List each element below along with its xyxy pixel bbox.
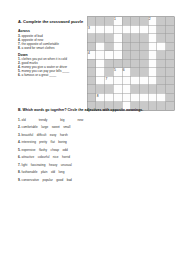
cell-number: 2 [149, 17, 151, 20]
grid-cell[interactable] [148, 77, 156, 85]
grid-cell[interactable] [114, 26, 122, 34]
grid-cell[interactable] [114, 34, 122, 42]
blocked-cell [140, 51, 148, 59]
clue-number: 6. [18, 73, 21, 77]
adjective-word[interactable]: horrid [62, 155, 70, 159]
adjective-word[interactable]: comfortable [22, 125, 38, 129]
across-label: Across [18, 29, 84, 33]
word-match-line: 7.lightfascinatingheavyunusual [18, 161, 168, 169]
adjective-word[interactable]: beautiful [22, 133, 34, 137]
blocked-cell [140, 68, 148, 76]
blocked-cell [166, 43, 174, 51]
clue-line: 8.a word for smart clothes [18, 46, 84, 50]
grid-cell[interactable] [157, 43, 165, 51]
item-number: 5. [18, 148, 21, 152]
cell-number: 8 [97, 94, 99, 97]
adjective-word[interactable]: small [63, 125, 70, 129]
grid-cell[interactable] [131, 94, 139, 102]
grid-cell[interactable] [157, 94, 165, 102]
blocked-cell [105, 17, 113, 25]
blocked-cell [131, 68, 139, 76]
grid-cell[interactable] [148, 94, 156, 102]
grid-cell[interactable] [148, 51, 156, 59]
item-number: 9. [18, 178, 21, 182]
item-number: 3. [18, 133, 21, 137]
blocked-cell [166, 34, 174, 42]
blocked-cell [105, 68, 113, 76]
adjective-word[interactable]: expensive [22, 148, 36, 152]
adjective-word[interactable]: light [22, 163, 28, 167]
word-match-line: 3.beautifuldifficulteasyharsh [18, 131, 168, 139]
blocked-cell [88, 85, 96, 93]
blocked-cell [131, 85, 139, 93]
grid-cell[interactable] [114, 94, 122, 102]
cell-number: 1 [114, 17, 116, 20]
blocked-cell [88, 60, 96, 68]
clue-number: 8. [18, 46, 21, 50]
blocked-cell [88, 34, 96, 42]
grid-cell[interactable] [114, 77, 122, 85]
blocked-cell [131, 17, 139, 25]
adjective-word[interactable]: old [22, 118, 26, 122]
clue-text: opposite of new [22, 38, 44, 42]
adjective-word[interactable]: old [51, 170, 55, 174]
clue-number: 7. [18, 42, 21, 46]
blocked-cell [157, 68, 165, 76]
word-match-line: 6.attractivecolourfulnicehorrid [18, 153, 168, 161]
blocked-cell [122, 60, 130, 68]
grid-cell[interactable] [148, 26, 156, 34]
adjective-word[interactable]: sweet [52, 125, 60, 129]
clue-line: 6.a famous or a great ____ [18, 73, 84, 77]
grid-cell[interactable]: 2 [148, 17, 156, 25]
adjective-word[interactable]: boring [58, 140, 67, 144]
adjective-word[interactable]: good [56, 178, 63, 182]
blocked-cell [96, 34, 104, 42]
worksheet-page: A. Complete the crossword puzzle Across … [0, 0, 180, 255]
grid-cell[interactable] [96, 26, 104, 34]
clue-text: a word for smart clothes [22, 46, 55, 50]
adjective-word[interactable]: odd [63, 148, 68, 152]
clue-text: opposite of bad [22, 34, 43, 38]
clue-number: 5. [18, 69, 21, 73]
blocked-cell [96, 85, 104, 93]
grid-cell[interactable] [148, 68, 156, 76]
clue-number: 1. [18, 57, 21, 61]
cell-number: 4 [88, 51, 90, 54]
adjective-word[interactable]: heavy [49, 163, 57, 167]
grid-cell[interactable] [148, 43, 156, 51]
blocked-cell [166, 85, 174, 93]
adjective-word[interactable]: bad [67, 178, 72, 182]
blocked-cell [122, 34, 130, 42]
blocked-cell [96, 17, 104, 25]
blocked-cell [166, 51, 174, 59]
item-number: 1. [18, 118, 21, 122]
adjective-word[interactable]: trendy [39, 118, 48, 122]
grid-cell[interactable] [96, 43, 104, 51]
down-clues: 1.clothes you put on when it is cold2.go… [18, 57, 84, 77]
grid-cell[interactable] [105, 26, 113, 34]
blocked-cell [157, 51, 165, 59]
item-number: 6. [18, 155, 21, 159]
blocked-cell [157, 77, 165, 85]
grid-cell[interactable] [105, 51, 113, 59]
grid-cell[interactable] [114, 51, 122, 59]
adjective-word[interactable]: conservative [22, 178, 39, 182]
blocked-cell [88, 43, 96, 51]
adjective-word[interactable]: easy [50, 133, 57, 137]
adjective-word[interactable]: colourful [38, 155, 50, 159]
clue-text: good marks [22, 61, 38, 65]
crossword-grid: 12345678 [87, 17, 174, 111]
across-clues: 3.opposite of bad4.opposite of new7.the … [18, 34, 84, 50]
grid-cell[interactable]: 8 [96, 94, 104, 102]
blocked-cell [140, 34, 148, 42]
adjective-word[interactable]: nice [53, 155, 59, 159]
clue-text: money you can pay your bills ____ [22, 69, 70, 73]
cell-number: 6 [123, 68, 125, 71]
adjective-word[interactable]: big [60, 118, 64, 122]
grid-cell[interactable] [122, 26, 130, 34]
grid-cell[interactable] [140, 26, 148, 34]
blocked-cell [166, 94, 174, 102]
blocked-cell [166, 26, 174, 34]
grid-cell[interactable] [131, 77, 139, 85]
blocked-cell [105, 43, 113, 51]
blocked-cell [131, 43, 139, 51]
item-number: 7. [18, 163, 21, 167]
grid-cell[interactable] [140, 77, 148, 85]
word-match-line: 4.interestingprettyflatboring [18, 138, 168, 146]
adjective-word[interactable]: pretty [39, 140, 47, 144]
adjective-word[interactable]: harsh [60, 133, 68, 137]
grid-cell[interactable]: 6 [122, 68, 130, 76]
cell-number: 5 [114, 68, 116, 71]
blocked-cell [140, 60, 148, 68]
section-b-title: B. Which words go together? Circle the a… [18, 108, 168, 112]
clue-text: a famous or a great ____ [22, 73, 57, 77]
adjective-word[interactable]: long [59, 170, 65, 174]
adjective-word[interactable]: attractive [22, 155, 35, 159]
blocked-cell [140, 17, 148, 25]
clue-number: 2. [18, 61, 21, 65]
blocked-cell [105, 34, 113, 42]
grid-cell[interactable]: 7 [105, 77, 113, 85]
clue-text: money you give a waiter or driver [22, 65, 68, 69]
blocked-cell [131, 60, 139, 68]
blocked-cell [105, 85, 113, 93]
cell-number: 3 [88, 26, 90, 29]
blocked-cell [88, 94, 96, 102]
blocked-cell [157, 17, 165, 25]
grid-cell[interactable] [96, 60, 104, 68]
blocked-cell [88, 77, 96, 85]
adjective-word[interactable]: popular [42, 178, 52, 182]
grid-cell[interactable]: 3 [88, 26, 96, 34]
section-b: B. Which words go together? Circle the a… [18, 108, 168, 183]
grid-cell[interactable] [122, 94, 130, 102]
adjective-word[interactable]: fashionable [22, 170, 38, 174]
blocked-cell [148, 85, 156, 93]
blocked-cell [131, 34, 139, 42]
adjective-word[interactable]: flat [51, 140, 55, 144]
clue-number: 4. [18, 38, 21, 42]
blocked-cell [166, 60, 174, 68]
adjective-word[interactable]: fascinating [31, 163, 46, 167]
blocked-cell [105, 60, 113, 68]
blocked-cell [88, 17, 96, 25]
down-label: Down [18, 53, 84, 57]
word-match-line: 1.oldtrendybignew [18, 116, 168, 124]
word-match-line: 9.conservativepopulargoodbad [18, 176, 168, 184]
clue-number: 4. [18, 65, 21, 69]
word-match-items: 1.oldtrendybignew2.comfortablelargesweet… [18, 116, 168, 184]
adjective-word[interactable]: cheap [51, 148, 59, 152]
blocked-cell [122, 17, 130, 25]
blocked-cell [157, 85, 165, 93]
grid-cell[interactable] [96, 77, 104, 85]
clue-text: the opposite of comfortable [22, 42, 59, 46]
blocked-cell [157, 26, 165, 34]
blocked-cell [122, 51, 130, 59]
adjective-word[interactable]: new [77, 118, 83, 122]
cell-number: 7 [105, 77, 107, 80]
grid-cell[interactable] [96, 51, 104, 59]
blocked-cell [114, 60, 122, 68]
adjective-word[interactable]: difficult [37, 133, 47, 137]
grid-cell[interactable] [131, 26, 139, 34]
blocked-cell [166, 77, 174, 85]
word-match-line: 5.expensiveflashycheapodd [18, 146, 168, 154]
adjective-word[interactable]: interesting [22, 140, 36, 144]
grid-cell[interactable]: 5 [114, 68, 122, 76]
grid-cell[interactable] [122, 85, 130, 93]
grid-cell[interactable] [96, 68, 104, 76]
blocked-cell [88, 68, 96, 76]
adjective-word[interactable]: flashy [39, 148, 47, 152]
grid-cell[interactable] [148, 34, 156, 42]
grid-cell[interactable]: 1 [114, 17, 122, 25]
blocked-cell [166, 68, 174, 76]
grid-cell[interactable] [114, 85, 122, 93]
grid-cell[interactable]: 4 [88, 51, 96, 59]
grid-cell[interactable] [105, 94, 113, 102]
adjective-word[interactable]: plain [41, 170, 48, 174]
grid-cell[interactable] [114, 43, 122, 51]
blocked-cell [157, 34, 165, 42]
clue-list: Across 3.opposite of bad4.opposite of ne… [18, 26, 84, 77]
clue-text: clothes you put on when it is cold [22, 57, 67, 61]
adjective-word[interactable]: large [41, 125, 48, 129]
blocked-cell [157, 60, 165, 68]
blocked-cell [131, 51, 139, 59]
blocked-cell [140, 85, 148, 93]
word-match-line: 2.comfortablelargesweetsmall [18, 123, 168, 131]
item-number: 2. [18, 125, 21, 129]
blocked-cell [140, 43, 148, 51]
grid-cell[interactable] [148, 60, 156, 68]
grid-cell[interactable] [122, 77, 130, 85]
blocked-cell [166, 17, 174, 25]
adjective-word[interactable]: unusual [61, 163, 72, 167]
item-number: 4. [18, 140, 21, 144]
word-match-line: 8.fashionableplainoldlong [18, 168, 168, 176]
item-number: 8. [18, 170, 21, 174]
grid-cell[interactable] [140, 94, 148, 102]
section-a-title: A. Complete the crossword puzzle [18, 19, 83, 24]
clue-number: 3. [18, 34, 21, 38]
blocked-cell [122, 43, 130, 51]
